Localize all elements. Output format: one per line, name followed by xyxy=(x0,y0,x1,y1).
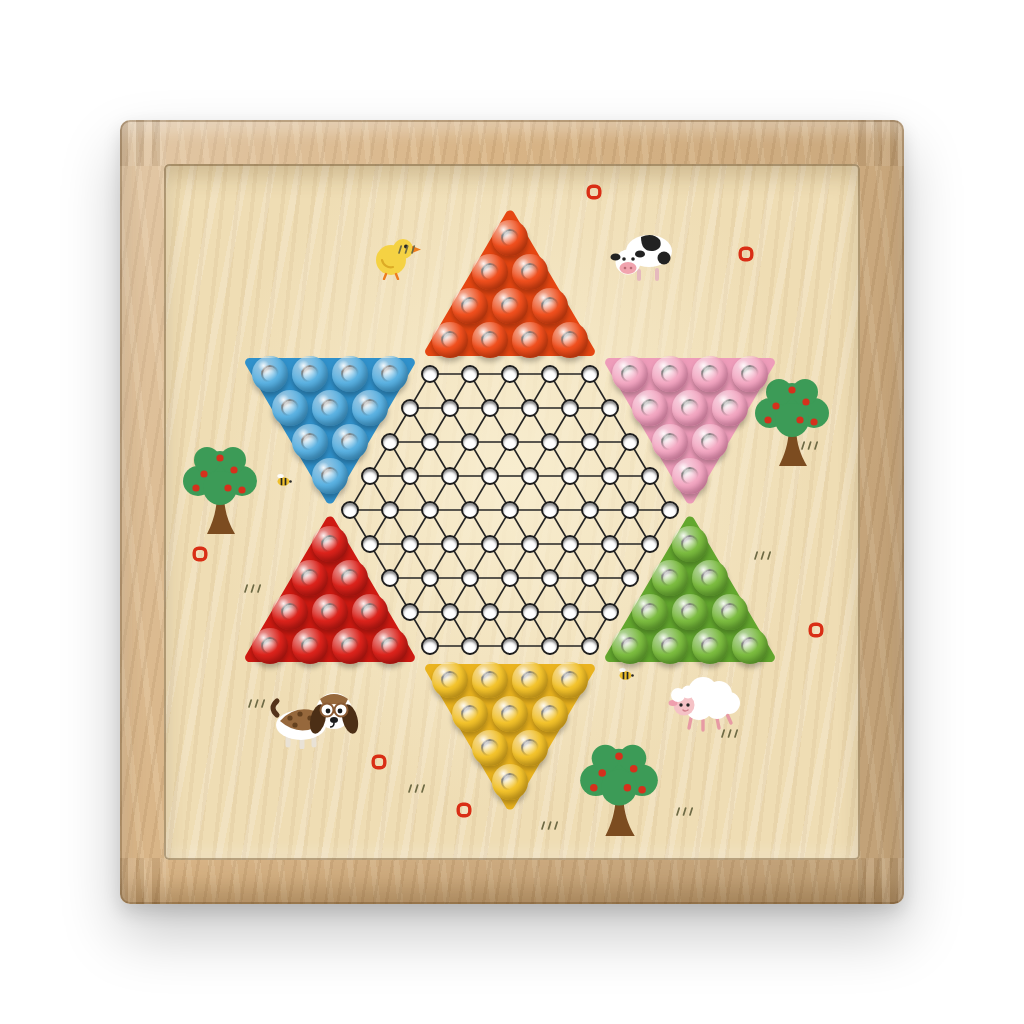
peg-yellow[interactable] xyxy=(472,662,508,698)
board-hole[interactable] xyxy=(441,603,459,621)
board-hole[interactable] xyxy=(521,399,539,417)
peg-red[interactable] xyxy=(312,526,348,562)
peg-red[interactable] xyxy=(332,560,368,596)
board-hole[interactable] xyxy=(601,603,619,621)
peg-green[interactable] xyxy=(632,594,668,630)
peg-yellow[interactable] xyxy=(452,696,488,732)
board-hole[interactable] xyxy=(441,467,459,485)
board-hole[interactable] xyxy=(501,637,519,655)
peg-yellow[interactable] xyxy=(492,696,528,732)
peg-blue[interactable] xyxy=(312,390,348,426)
box-finger-joint xyxy=(858,858,904,904)
board-hole[interactable] xyxy=(581,569,599,587)
peg-orange[interactable] xyxy=(532,288,568,324)
board-hole[interactable] xyxy=(521,467,539,485)
board-hole[interactable] xyxy=(561,467,579,485)
board-hole[interactable] xyxy=(641,467,659,485)
board-hole[interactable] xyxy=(421,637,439,655)
peg-pink[interactable] xyxy=(712,390,748,426)
peg-orange[interactable] xyxy=(492,220,528,256)
board-hole[interactable] xyxy=(481,535,499,553)
board-hole[interactable] xyxy=(461,365,479,383)
board-hole[interactable] xyxy=(521,603,539,621)
peg-blue[interactable] xyxy=(292,356,328,392)
board-hole[interactable] xyxy=(541,637,559,655)
board-hole[interactable] xyxy=(341,501,359,519)
board-hole[interactable] xyxy=(441,399,459,417)
board-hole[interactable] xyxy=(641,535,659,553)
board-hole[interactable] xyxy=(621,501,639,519)
board-hole[interactable] xyxy=(361,535,379,553)
peg-red[interactable] xyxy=(372,628,408,664)
board-hole[interactable] xyxy=(541,569,559,587)
board-hole[interactable] xyxy=(401,467,419,485)
board-hole[interactable] xyxy=(581,365,599,383)
peg-orange[interactable] xyxy=(552,322,588,358)
peg-blue[interactable] xyxy=(292,424,328,460)
peg-red[interactable] xyxy=(332,628,368,664)
peg-red[interactable] xyxy=(352,594,388,630)
box-finger-joint xyxy=(858,120,904,166)
peg-red[interactable] xyxy=(292,628,328,664)
peg-blue[interactable] xyxy=(312,458,348,494)
board-hole[interactable] xyxy=(401,399,419,417)
board-hole[interactable] xyxy=(501,501,519,519)
board-hole[interactable] xyxy=(581,433,599,451)
peg-blue[interactable] xyxy=(272,390,308,426)
peg-red[interactable] xyxy=(292,560,328,596)
peg-pink[interactable] xyxy=(652,356,688,392)
peg-orange[interactable] xyxy=(432,322,468,358)
peg-yellow[interactable] xyxy=(512,730,548,766)
board-hole[interactable] xyxy=(561,535,579,553)
peg-green[interactable] xyxy=(692,560,728,596)
peg-blue[interactable] xyxy=(332,356,368,392)
board-hole[interactable] xyxy=(421,569,439,587)
peg-blue[interactable] xyxy=(252,356,288,392)
board-hole[interactable] xyxy=(381,501,399,519)
board-hole[interactable] xyxy=(381,433,399,451)
box-finger-joint xyxy=(120,120,166,166)
board-hole[interactable] xyxy=(541,365,559,383)
board-hole[interactable] xyxy=(461,501,479,519)
peg-green[interactable] xyxy=(652,560,688,596)
board-hole[interactable] xyxy=(541,501,559,519)
board-hole[interactable] xyxy=(481,399,499,417)
peg-green[interactable] xyxy=(672,526,708,562)
peg-red[interactable] xyxy=(312,594,348,630)
peg-yellow[interactable] xyxy=(512,662,548,698)
peg-pink[interactable] xyxy=(672,390,708,426)
board-hole[interactable] xyxy=(481,467,499,485)
board-hole[interactable] xyxy=(561,399,579,417)
board-hole[interactable] xyxy=(501,569,519,587)
peg-orange[interactable] xyxy=(512,322,548,358)
board-hole[interactable] xyxy=(501,433,519,451)
peg-orange[interactable] xyxy=(472,322,508,358)
board-hole[interactable] xyxy=(601,467,619,485)
board-hole[interactable] xyxy=(381,569,399,587)
peg-yellow[interactable] xyxy=(472,730,508,766)
board-hole[interactable] xyxy=(601,399,619,417)
peg-yellow[interactable] xyxy=(552,662,588,698)
board-hole[interactable] xyxy=(361,467,379,485)
peg-pink[interactable] xyxy=(672,458,708,494)
board-hole[interactable] xyxy=(601,535,619,553)
peg-green[interactable] xyxy=(612,628,648,664)
peg-yellow[interactable] xyxy=(532,696,568,732)
board-hole[interactable] xyxy=(461,569,479,587)
board-hole[interactable] xyxy=(581,501,599,519)
peg-pink[interactable] xyxy=(632,390,668,426)
peg-blue[interactable] xyxy=(332,424,368,460)
board-hole[interactable] xyxy=(561,603,579,621)
peg-orange[interactable] xyxy=(472,254,508,290)
peg-pink[interactable] xyxy=(612,356,648,392)
board-hole[interactable] xyxy=(581,637,599,655)
board-hole[interactable] xyxy=(421,433,439,451)
peg-blue[interactable] xyxy=(372,356,408,392)
peg-yellow[interactable] xyxy=(432,662,468,698)
board-hole[interactable] xyxy=(401,535,419,553)
board-hole[interactable] xyxy=(521,535,539,553)
chinese-checkers-board xyxy=(164,164,860,860)
board-hole[interactable] xyxy=(461,637,479,655)
box-finger-joint xyxy=(120,858,166,904)
peg-pink[interactable] xyxy=(692,356,728,392)
product-photo-scene xyxy=(0,0,1024,1024)
peg-green[interactable] xyxy=(672,594,708,630)
peg-pink[interactable] xyxy=(732,356,768,392)
peg-green[interactable] xyxy=(692,628,728,664)
board-hole[interactable] xyxy=(501,365,519,383)
peg-orange[interactable] xyxy=(492,288,528,324)
board-hole[interactable] xyxy=(621,569,639,587)
wooden-box xyxy=(120,120,904,904)
peg-red[interactable] xyxy=(272,594,308,630)
peg-green[interactable] xyxy=(712,594,748,630)
board-hole[interactable] xyxy=(441,535,459,553)
peg-green[interactable] xyxy=(652,628,688,664)
peg-orange[interactable] xyxy=(512,254,548,290)
board-hole[interactable] xyxy=(461,433,479,451)
peg-blue[interactable] xyxy=(352,390,388,426)
peg-orange[interactable] xyxy=(452,288,488,324)
peg-green[interactable] xyxy=(732,628,768,664)
board-hole[interactable] xyxy=(661,501,679,519)
peg-pink[interactable] xyxy=(692,424,728,460)
board-hole[interactable] xyxy=(481,603,499,621)
peg-red[interactable] xyxy=(252,628,288,664)
board-hole[interactable] xyxy=(621,433,639,451)
peg-pink[interactable] xyxy=(652,424,688,460)
peg-yellow[interactable] xyxy=(492,764,528,800)
board-hole[interactable] xyxy=(421,501,439,519)
board-hole[interactable] xyxy=(541,433,559,451)
board-hole[interactable] xyxy=(421,365,439,383)
board-hole[interactable] xyxy=(401,603,419,621)
